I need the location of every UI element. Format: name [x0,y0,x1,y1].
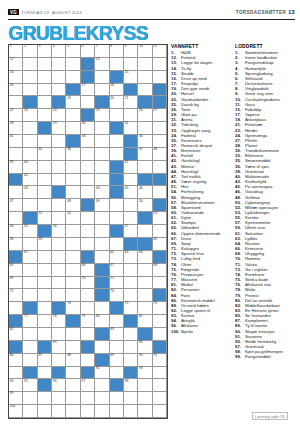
grid-cell[interactable]: 18 [110,84,124,97]
grid-cell[interactable] [38,392,52,405]
grid-cell[interactable] [124,277,138,290]
blocked-cell [110,174,124,187]
grid-cell[interactable] [66,186,80,199]
grid-cell[interactable]: 21 [124,96,138,109]
grid-cell[interactable] [81,238,95,251]
grid-cell[interactable] [81,96,95,109]
grid-cell[interactable] [66,109,80,122]
grid-cell[interactable] [23,328,37,341]
grid-cell[interactable] [124,264,138,277]
grid-cell[interactable] [153,161,167,174]
grid-cell[interactable]: 32 [9,135,23,148]
grid-cell[interactable]: 90 [138,354,152,367]
clue-number: 71 [110,277,114,281]
grid-cell[interactable] [95,148,109,161]
grid-cell[interactable] [138,392,152,405]
grid-cell[interactable] [52,392,66,405]
grid-cell[interactable] [38,186,52,199]
grid-cell[interactable] [66,122,80,135]
clue-number: 47 [10,200,14,204]
grid-cell[interactable] [124,58,138,71]
grid-cell[interactable]: 30 [81,122,95,135]
clue-number: 62 [110,251,114,255]
grid-cell[interactable] [81,161,95,174]
grid-cell[interactable] [52,161,66,174]
grid-cell[interactable] [66,251,80,264]
grid-cell[interactable]: 86 [9,354,23,367]
grid-cell[interactable] [95,302,109,315]
grid-cell[interactable]: 28 [9,122,23,135]
grid-cell[interactable] [66,405,80,418]
grid-cell[interactable]: 69 [9,277,23,290]
crossword-grid[interactable]: 1234567891011121314151617181920212223242… [8,44,168,419]
grid-cell[interactable]: 100 [9,405,23,418]
grid-cell[interactable]: 92 [95,367,109,380]
grid-cell[interactable] [23,289,37,302]
blocked-cell [9,315,23,328]
grid-cell[interactable] [138,264,152,277]
grid-cell[interactable]: 57 [124,225,138,238]
blocked-cell [52,302,66,315]
grid-cell[interactable] [66,277,80,290]
grid-cell[interactable]: 75 [124,302,138,315]
grid-cell[interactable] [38,135,52,148]
grid-cell[interactable]: 36 [66,148,80,161]
grid-cell[interactable]: 72 [9,289,23,302]
grid-cell[interactable]: 60 [153,238,167,251]
grid-cell[interactable]: 77 [23,315,37,328]
grid-cell[interactable]: 83 [110,328,124,341]
grid-cell[interactable] [23,264,37,277]
grid-cell[interactable] [52,328,66,341]
grid-cell[interactable] [81,302,95,315]
grid-cell[interactable]: 68 [153,264,167,277]
clue-number: 69 [10,277,14,281]
grid-cell[interactable] [110,148,124,161]
grid-cell[interactable]: 96 [52,379,66,392]
grid-cell[interactable] [124,212,138,225]
grid-cell[interactable]: 78 [52,315,66,328]
grid-cell[interactable] [124,328,138,341]
grid-cell[interactable] [52,405,66,418]
grid-cell[interactable] [52,148,66,161]
grid-cell[interactable]: 93 [138,367,152,380]
grid-cell[interactable] [23,122,37,135]
grid-cell[interactable] [153,122,167,135]
grid-cell[interactable] [9,186,23,199]
grid-cell[interactable]: 31 [124,122,138,135]
grid-cell[interactable]: 82 [9,328,23,341]
clue-number: 1 [10,45,12,49]
grid-cell[interactable] [95,161,109,174]
grid-cell[interactable]: 53 [153,212,167,225]
grid-cell[interactable] [66,289,80,302]
clue-number: 3 [38,45,40,49]
grid-cell[interactable]: 71 [110,277,124,290]
grid-cell[interactable] [23,148,37,161]
grid-cell[interactable] [38,199,52,212]
grid-cell[interactable]: 25 [95,109,109,122]
grid-cell[interactable] [9,212,23,225]
grid-cell[interactable]: 43 [23,186,37,199]
grid-cell[interactable]: 85 [138,341,152,354]
grid-cell[interactable]: 49 [95,199,109,212]
grid-cell[interactable]: 22 [9,109,23,122]
grid-cell[interactable] [23,392,37,405]
grid-cell[interactable] [81,148,95,161]
grid-cell[interactable] [138,405,152,418]
grid-cell[interactable] [95,135,109,148]
grid-cell[interactable] [81,405,95,418]
grid-cell[interactable] [66,161,80,174]
clue-number: 89 [110,354,114,358]
grid-cell[interactable]: 50 [138,199,152,212]
grid-cell[interactable] [138,71,152,84]
grid-cell[interactable] [81,289,95,302]
grid-cell[interactable] [110,405,124,418]
grid-cell[interactable] [95,174,109,187]
grid-cell[interactable] [124,392,138,405]
grid-cell[interactable] [38,84,52,97]
grid-cell[interactable] [95,392,109,405]
clue-number: 83 [110,328,114,332]
grid-cell[interactable]: 45 [124,186,138,199]
grid-cell[interactable] [38,367,52,380]
grid-cell[interactable]: 29 [52,122,66,135]
grid-cell[interactable]: 33 [81,135,95,148]
grid-cell[interactable]: 14 [9,71,23,84]
grid-cell[interactable] [66,341,80,354]
grid-cell[interactable] [153,135,167,148]
grid-cell[interactable] [95,212,109,225]
grid-cell[interactable]: 70 [81,277,95,290]
grid-cell[interactable]: 91 [153,354,167,367]
grid-cell[interactable] [52,238,66,251]
grid-cell[interactable] [38,328,52,341]
grid-cell[interactable] [124,354,138,367]
grid-cell[interactable]: 65 [9,264,23,277]
grid-cell[interactable]: 76 [153,302,167,315]
grid-cell[interactable] [66,379,80,392]
grid-cell[interactable]: 99 [9,392,23,405]
grid-cell[interactable]: 37 [138,148,152,161]
clue-number: 59 [38,238,42,242]
grid-cell[interactable] [23,341,37,354]
grid-cell[interactable] [23,354,37,367]
grid-cell[interactable]: 15 [124,71,138,84]
clue-number: 6 [82,45,84,49]
grid-cell[interactable] [124,174,138,187]
clue-number: 99 [10,392,14,396]
grid-cell[interactable] [110,341,124,354]
grid-cell[interactable]: 52 [66,212,80,225]
grid-cell[interactable]: 74 [66,302,80,315]
grid-cell[interactable] [38,96,52,109]
grid-cell[interactable] [9,148,23,161]
grid-cell[interactable]: 95 [23,379,37,392]
grid-cell[interactable] [23,71,37,84]
grid-cell[interactable]: 5 [66,45,80,58]
grid-cell[interactable]: 11 [153,45,167,58]
grid-cell[interactable] [52,199,66,212]
clue-number: 92 [96,367,100,371]
grid-cell[interactable] [38,161,52,174]
grid-cell[interactable] [38,58,52,71]
grid-cell[interactable] [95,405,109,418]
across-clues: VANNRETT 1.H&M12.Futteral13.Legge for da… [171,44,232,334]
grid-cell[interactable]: 6 [81,45,95,58]
grid-cell[interactable]: 61 [23,251,37,264]
blocked-cell [110,161,124,174]
grid-cell[interactable] [153,315,167,328]
grid-cell[interactable]: 51 [38,212,52,225]
grid-cell[interactable] [38,405,52,418]
grid-cell[interactable]: 67 [110,264,124,277]
grid-cell[interactable]: 79 [81,315,95,328]
grid-cell[interactable] [95,122,109,135]
grid-cell[interactable]: 88 [66,354,80,367]
grid-cell[interactable] [81,392,95,405]
blocked-cell [110,186,124,199]
grid-cell[interactable]: 35 [38,148,52,161]
grid-cell[interactable]: 58 [9,238,23,251]
grid-cell[interactable]: 66 [81,264,95,277]
grid-cell[interactable]: 41 [124,161,138,174]
blocked-cell [124,148,138,161]
grid-cell[interactable] [52,251,66,264]
grid-cell[interactable]: 40 [23,161,37,174]
grid-cell[interactable] [124,289,138,302]
grid-cell[interactable] [138,58,152,71]
grid-cell[interactable] [124,341,138,354]
grid-cell[interactable]: 24 [52,109,66,122]
grid-cell[interactable]: 47 [9,199,23,212]
grid-cell[interactable]: 59 [38,238,52,251]
grid-cell[interactable]: 42 [23,174,37,187]
grid-cell[interactable]: 34 [138,135,152,148]
grid-cell[interactable]: 27 [153,109,167,122]
grid-cell[interactable] [9,96,23,109]
grid-cell[interactable] [66,392,80,405]
grid-cell[interactable] [81,174,95,187]
grid-cell[interactable] [52,135,66,148]
clue-number: 72 [10,290,14,294]
grid-cell[interactable]: 97 [81,379,95,392]
grid-cell[interactable] [9,367,23,380]
grid-cell[interactable] [38,302,52,315]
grid-cell[interactable] [66,225,80,238]
grid-cell[interactable] [95,251,109,264]
grid-cell[interactable] [66,328,80,341]
grid-cell[interactable] [66,174,80,187]
grid-cell[interactable]: 54 [9,225,23,238]
grid-cell[interactable] [52,58,66,71]
grid-cell[interactable] [110,315,124,328]
grid-cell[interactable]: 94 [9,379,23,392]
grid-cell[interactable]: 10 [138,45,152,58]
grid-cell[interactable] [95,238,109,251]
blocked-cell [23,302,37,315]
grid-cell[interactable] [95,71,109,84]
grid-cell[interactable]: 12 [9,58,23,71]
grid-cell[interactable] [138,122,152,135]
grid-cell[interactable] [38,71,52,84]
grid-cell[interactable] [153,225,167,238]
grid-cell[interactable] [153,405,167,418]
grid-cell[interactable] [110,392,124,405]
grid-cell[interactable]: 62 [110,251,124,264]
grid-cell[interactable]: 73 [110,289,124,302]
clue-number: 67 [110,264,114,268]
grid-cell[interactable]: 7 [95,45,109,58]
grid-cell[interactable] [52,277,66,290]
grid-cell[interactable] [23,199,37,212]
grid-cell[interactable]: 84 [52,341,66,354]
grid-cell[interactable] [110,199,124,212]
grid-cell[interactable]: 56 [52,225,66,238]
grid-cell[interactable] [110,135,124,148]
grid-cell[interactable] [110,212,124,225]
section-label: TORSDAGSNØTTER [236,10,286,15]
grid-cell[interactable] [52,354,66,367]
grid-cell[interactable] [38,315,52,328]
grid-cell[interactable] [52,84,66,97]
grid-cell[interactable] [23,84,37,97]
grid-cell[interactable] [23,277,37,290]
grid-cell[interactable] [153,367,167,380]
blocked-cell [81,71,95,84]
clue-number: 51 [38,212,42,216]
clue-number: 2 [24,45,26,49]
grid-cell[interactable]: 3 [38,45,52,58]
grid-cell[interactable]: 1 [9,45,23,58]
grid-cell[interactable] [153,392,167,405]
grid-cell[interactable] [153,58,167,71]
grid-cell[interactable]: 87 [38,354,52,367]
grid-cell[interactable] [52,289,66,302]
blocked-cell [23,367,37,380]
grid-cell[interactable] [23,135,37,148]
grid-cell[interactable]: 44 [95,186,109,199]
grid-cell[interactable] [81,212,95,225]
grid-cell[interactable] [153,186,167,199]
blocked-cell [81,341,95,354]
grid-cell[interactable] [66,58,80,71]
grid-cell[interactable] [124,109,138,122]
blocked-cell [138,212,152,225]
grid-cell[interactable]: 39 [9,161,23,174]
grid-cell[interactable]: 46 [138,186,152,199]
grid-cell[interactable] [138,84,152,97]
grid-cell[interactable] [95,225,109,238]
grid-cell[interactable] [153,379,167,392]
dateline: TORSDAG 22. AUGUST 2024 [21,10,82,15]
grid-cell[interactable]: 64 [138,251,152,264]
grid-cell[interactable] [38,264,52,277]
grid-cell[interactable] [153,328,167,341]
grid-cell[interactable] [110,58,124,71]
grid-cell[interactable] [153,71,167,84]
clue-number: 9 [125,45,127,49]
grid-cell[interactable] [95,379,109,392]
grid-cell[interactable] [138,225,152,238]
grid-cell[interactable]: 55 [23,225,37,238]
grid-cell[interactable] [110,109,124,122]
grid-cell[interactable] [81,186,95,199]
grid-cell[interactable]: 13 [95,58,109,71]
grid-cell[interactable] [66,238,80,251]
grid-cell[interactable] [52,212,66,225]
grid-cell[interactable]: 26 [138,109,152,122]
grid-cell[interactable] [81,225,95,238]
grid-cell[interactable]: 38 [153,148,167,161]
grid-cell[interactable] [66,71,80,84]
grid-cell[interactable] [23,238,37,251]
grid-cell[interactable] [81,354,95,367]
grid-cell[interactable] [153,277,167,290]
grid-cell[interactable]: 48 [66,199,80,212]
grid-cell[interactable]: 98 [124,379,138,392]
blocked-cell [95,328,109,341]
grid-cell[interactable] [66,264,80,277]
grid-cell[interactable] [38,277,52,290]
grid-cell[interactable] [138,289,152,302]
grid-cell[interactable] [124,405,138,418]
grid-cell[interactable] [9,302,23,315]
grid-cell[interactable]: 20 [110,96,124,109]
grid-cell[interactable] [52,71,66,84]
grid-cell[interactable] [23,58,37,71]
clue-number: 36 [67,148,71,152]
grid-cell[interactable] [23,405,37,418]
grid-cell[interactable]: 8 [110,45,124,58]
grid-cell[interactable]: 17 [81,84,95,97]
grid-cell[interactable]: 4 [52,45,66,58]
grid-cell[interactable]: 80 [95,315,109,328]
grid-cell[interactable] [138,161,152,174]
grid-cell[interactable] [38,174,52,187]
blocked-cell [9,341,23,354]
grid-cell[interactable] [38,109,52,122]
grid-cell[interactable] [138,379,152,392]
grid-cell[interactable] [52,264,66,277]
clue-item-number: 100. [171,329,181,334]
grid-cell[interactable]: 2 [23,45,37,58]
grid-cell[interactable] [66,367,80,380]
grid-cell[interactable] [110,367,124,380]
grid-cell[interactable]: 9 [124,45,138,58]
grid-cell[interactable] [95,341,109,354]
grid-cell[interactable]: 89 [110,354,124,367]
grid-cell[interactable] [38,251,52,264]
grid-cell[interactable]: 19 [66,96,80,109]
grid-cell[interactable] [138,302,152,315]
grid-cell[interactable] [95,84,109,97]
page-number: 13 [288,9,295,15]
grid-cell[interactable]: 23 [23,109,37,122]
grid-cell[interactable]: 63 [124,251,138,264]
grid-cell[interactable]: 16 [9,84,23,97]
grid-cell[interactable] [124,199,138,212]
grid-cell[interactable] [38,289,52,302]
grid-cell[interactable] [52,174,66,187]
grid-cell[interactable] [110,238,124,251]
clue-number: 84 [53,341,57,345]
grid-cell[interactable] [81,328,95,341]
grid-cell[interactable]: 81 [138,315,152,328]
blocked-cell [38,341,52,354]
grid-cell[interactable] [138,277,152,290]
